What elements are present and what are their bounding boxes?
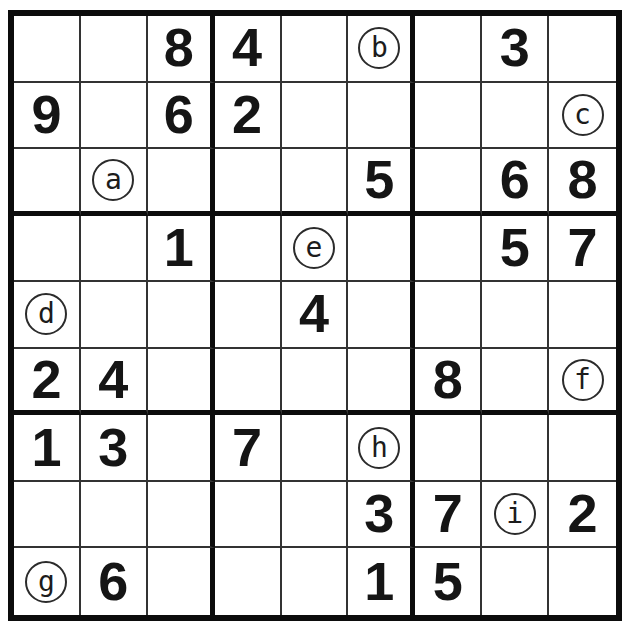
cell-r7c2[interactable]: 3 xyxy=(81,415,148,482)
cell-r4c1[interactable] xyxy=(14,216,81,283)
cell-r8c9[interactable]: 2 xyxy=(549,482,616,549)
cell-r2c8[interactable] xyxy=(482,83,549,150)
circled-letter-d: d xyxy=(25,293,67,335)
given-digit: 2 xyxy=(568,486,598,540)
given-digit: 5 xyxy=(433,554,463,608)
given-digit: 1 xyxy=(364,554,394,608)
cell-r4c6[interactable] xyxy=(348,216,415,283)
circled-letter-g: g xyxy=(25,561,67,603)
cell-r8c6[interactable]: 3 xyxy=(348,482,415,549)
given-digit: 3 xyxy=(98,420,128,474)
cell-r9c9[interactable] xyxy=(549,548,616,615)
cell-r3c3[interactable] xyxy=(148,149,215,216)
cell-r9c4[interactable] xyxy=(215,548,282,615)
cell-r2c3[interactable]: 6 xyxy=(148,83,215,150)
cell-r3c4[interactable] xyxy=(215,149,282,216)
cell-r7c6[interactable]: h xyxy=(348,415,415,482)
cell-r9c7[interactable]: 5 xyxy=(415,548,482,615)
cell-r3c7[interactable] xyxy=(415,149,482,216)
cell-r8c4[interactable] xyxy=(215,482,282,549)
given-digit: 8 xyxy=(568,152,598,206)
given-digit: 1 xyxy=(164,220,194,274)
given-digit: 2 xyxy=(31,352,61,406)
cell-r3c8[interactable]: 6 xyxy=(482,149,549,216)
circled-letter-e: e xyxy=(293,227,335,269)
cell-r5c2[interactable] xyxy=(81,282,148,349)
sudoku-board: 84b3962ca5681e57d4248f137h37i2g615 xyxy=(8,10,622,621)
cell-r1c8[interactable]: 3 xyxy=(482,16,549,83)
cell-r1c6[interactable]: b xyxy=(348,16,415,83)
given-digit: 6 xyxy=(500,152,530,206)
cell-r8c5[interactable] xyxy=(282,482,349,549)
given-digit: 4 xyxy=(232,20,262,74)
cell-r3c9[interactable]: 8 xyxy=(549,149,616,216)
cell-r3c1[interactable] xyxy=(14,149,81,216)
cell-r9c1[interactable]: g xyxy=(14,548,81,615)
cell-r9c3[interactable] xyxy=(148,548,215,615)
circled-letter-a: a xyxy=(92,159,134,201)
cell-r3c6[interactable]: 5 xyxy=(348,149,415,216)
given-digit: 5 xyxy=(500,220,530,274)
cell-r2c4[interactable]: 2 xyxy=(215,83,282,150)
cell-r6c1[interactable]: 2 xyxy=(14,349,81,416)
cell-r5c8[interactable] xyxy=(482,282,549,349)
cell-r9c5[interactable] xyxy=(282,548,349,615)
cell-r8c1[interactable] xyxy=(14,482,81,549)
cell-r9c2[interactable]: 6 xyxy=(81,548,148,615)
cell-r7c3[interactable] xyxy=(148,415,215,482)
cell-r7c5[interactable] xyxy=(282,415,349,482)
cell-r4c4[interactable] xyxy=(215,216,282,283)
cell-r8c8[interactable]: i xyxy=(482,482,549,549)
cell-r5c6[interactable] xyxy=(348,282,415,349)
given-digit: 9 xyxy=(31,87,61,141)
given-digit: 6 xyxy=(164,87,194,141)
cell-r3c2[interactable]: a xyxy=(81,149,148,216)
cell-r7c9[interactable] xyxy=(549,415,616,482)
cell-r6c3[interactable] xyxy=(148,349,215,416)
circled-letter-f: f xyxy=(562,359,604,401)
cell-r5c5[interactable]: 4 xyxy=(282,282,349,349)
cell-r1c1[interactable] xyxy=(14,16,81,83)
cell-r2c1[interactable]: 9 xyxy=(14,83,81,150)
circled-letter-i: i xyxy=(494,493,536,535)
cell-r5c7[interactable] xyxy=(415,282,482,349)
cell-r7c1[interactable]: 1 xyxy=(14,415,81,482)
circled-letter-h: h xyxy=(358,427,400,469)
circled-letter-c: c xyxy=(562,94,604,136)
cell-r4c9[interactable]: 7 xyxy=(549,216,616,283)
cell-r5c9[interactable] xyxy=(549,282,616,349)
cell-r8c3[interactable] xyxy=(148,482,215,549)
cell-r5c1[interactable]: d xyxy=(14,282,81,349)
cell-r1c9[interactable] xyxy=(549,16,616,83)
cell-r8c7[interactable]: 7 xyxy=(415,482,482,549)
cell-r8c2[interactable] xyxy=(81,482,148,549)
cell-r2c7[interactable] xyxy=(415,83,482,150)
cell-r2c9[interactable]: c xyxy=(549,83,616,150)
cell-r1c5[interactable] xyxy=(282,16,349,83)
given-digit: 7 xyxy=(568,220,598,274)
cell-r6c2[interactable]: 4 xyxy=(81,349,148,416)
given-digit: 4 xyxy=(299,286,329,340)
cell-r9c6[interactable]: 1 xyxy=(348,548,415,615)
cell-r2c2[interactable] xyxy=(81,83,148,150)
cell-r6c7[interactable]: 8 xyxy=(415,349,482,416)
given-digit: 6 xyxy=(98,554,128,608)
cell-r1c3[interactable]: 8 xyxy=(148,16,215,83)
given-digit: 8 xyxy=(433,352,463,406)
cell-r1c7[interactable] xyxy=(415,16,482,83)
cell-r9c8[interactable] xyxy=(482,548,549,615)
cell-r2c6[interactable] xyxy=(348,83,415,150)
cell-r7c7[interactable] xyxy=(415,415,482,482)
cell-r6c8[interactable] xyxy=(482,349,549,416)
cell-r7c4[interactable]: 7 xyxy=(215,415,282,482)
cell-r6c9[interactable]: f xyxy=(549,349,616,416)
cell-r1c4[interactable]: 4 xyxy=(215,16,282,83)
given-digit: 1 xyxy=(31,420,61,474)
cell-r1c2[interactable] xyxy=(81,16,148,83)
circled-letter-b: b xyxy=(358,27,400,69)
cell-r5c3[interactable] xyxy=(148,282,215,349)
cell-r4c3[interactable]: 1 xyxy=(148,216,215,283)
cell-r4c8[interactable]: 5 xyxy=(482,216,549,283)
given-digit: 8 xyxy=(164,20,194,74)
cell-r4c7[interactable] xyxy=(415,216,482,283)
given-digit: 2 xyxy=(232,87,262,141)
cell-r6c4[interactable] xyxy=(215,349,282,416)
cell-r6c6[interactable] xyxy=(348,349,415,416)
cell-r5c4[interactable] xyxy=(215,282,282,349)
cell-r7c8[interactable] xyxy=(482,415,549,482)
given-digit: 3 xyxy=(500,20,530,74)
given-digit: 3 xyxy=(364,486,394,540)
given-digit: 4 xyxy=(98,352,128,406)
given-digit: 7 xyxy=(433,486,463,540)
cell-r4c2[interactable] xyxy=(81,216,148,283)
given-digit: 7 xyxy=(232,420,262,474)
cell-r4c5[interactable]: e xyxy=(282,216,349,283)
cell-r2c5[interactable] xyxy=(282,83,349,150)
given-digit: 5 xyxy=(364,152,394,206)
cell-r3c5[interactable] xyxy=(282,149,349,216)
cell-r6c5[interactable] xyxy=(282,349,349,416)
